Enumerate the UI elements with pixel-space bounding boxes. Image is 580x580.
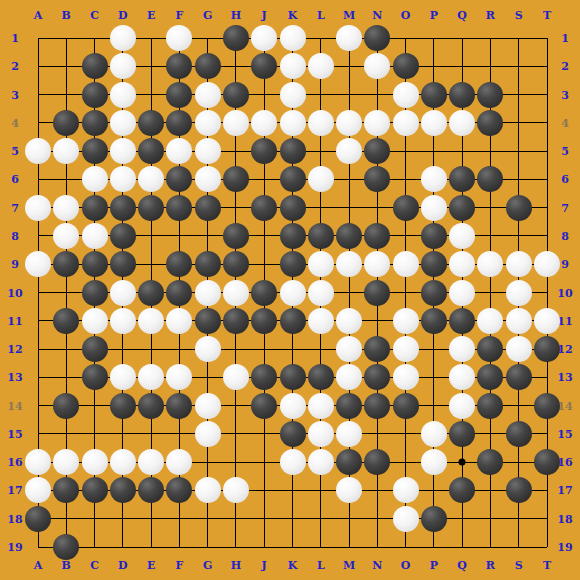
row-label-right-13: 13 [557,372,572,383]
stone-black-B9[interactable] [53,251,79,277]
stone-white-M9[interactable] [336,251,362,277]
stone-black-F14[interactable] [166,393,192,419]
stone-black-C9[interactable] [82,251,108,277]
stone-white-L2[interactable] [308,53,334,79]
stone-black-D17[interactable] [110,477,136,503]
stone-black-C12[interactable] [82,336,108,362]
col-label-bottom-H: H [231,560,241,571]
stone-white-B8[interactable] [53,223,79,249]
stone-black-J7[interactable] [251,195,277,221]
stone-black-E5[interactable] [138,138,164,164]
stone-white-H13[interactable] [223,364,249,390]
row-label-right-2: 2 [561,61,569,72]
col-label-top-Q: Q [457,10,467,21]
stone-white-A5[interactable] [25,138,51,164]
stone-white-D5[interactable] [110,138,136,164]
row-label-right-1: 1 [561,33,569,44]
stone-white-O11[interactable] [393,308,419,334]
stone-white-Q12[interactable] [449,336,475,362]
col-label-top-K: K [288,10,298,21]
stone-white-G5[interactable] [195,138,221,164]
stone-white-G14[interactable] [195,393,221,419]
stone-white-C6[interactable] [82,166,108,192]
stone-black-Q6[interactable] [449,166,475,192]
stone-black-E14[interactable] [138,393,164,419]
star-point-Q16 [459,459,466,466]
col-label-top-L: L [317,10,325,21]
stone-white-M4[interactable] [336,110,362,136]
stone-black-Q7[interactable] [449,195,475,221]
row-label-left-3: 3 [11,89,19,100]
stone-white-C16[interactable] [82,449,108,475]
stone-white-L9[interactable] [308,251,334,277]
stone-white-R11[interactable] [477,308,503,334]
stone-black-F4[interactable] [166,110,192,136]
row-label-left-12: 12 [7,344,22,355]
stone-black-C2[interactable] [82,53,108,79]
stone-black-D7[interactable] [110,195,136,221]
stone-white-L15[interactable] [308,421,334,447]
go-board[interactable]: AABBCCDDEEFFGGHHJJKKLLMMNNOOPPQQRRSSTT11… [0,0,580,580]
stone-black-D8[interactable] [110,223,136,249]
stone-white-H10[interactable] [223,280,249,306]
col-label-bottom-N: N [372,560,382,571]
stone-white-N2[interactable] [364,53,390,79]
row-label-left-16: 16 [7,457,22,468]
stone-white-M13[interactable] [336,364,362,390]
stone-white-L16[interactable] [308,449,334,475]
stone-white-C8[interactable] [82,223,108,249]
stone-white-S12[interactable] [506,336,532,362]
stone-white-G4[interactable] [195,110,221,136]
stone-black-G11[interactable] [195,308,221,334]
stone-black-M14[interactable] [336,393,362,419]
stone-white-O9[interactable] [393,251,419,277]
stone-white-G15[interactable] [195,421,221,447]
row-label-right-9: 9 [561,259,569,270]
stone-black-J13[interactable] [251,364,277,390]
stone-white-O4[interactable] [393,110,419,136]
stone-white-F13[interactable] [166,364,192,390]
stone-black-D14[interactable] [110,393,136,419]
stone-black-B17[interactable] [53,477,79,503]
row-label-left-14: 14 [7,400,22,411]
stone-white-L10[interactable] [308,280,334,306]
stone-black-N13[interactable] [364,364,390,390]
stone-white-M11[interactable] [336,308,362,334]
col-label-top-N: N [372,10,382,21]
col-label-top-M: M [343,10,355,21]
stone-black-R4[interactable] [477,110,503,136]
stone-white-N9[interactable] [364,251,390,277]
stone-black-B4[interactable] [53,110,79,136]
stone-white-P15[interactable] [421,421,447,447]
stone-white-H4[interactable] [223,110,249,136]
col-label-top-R: R [486,10,495,21]
stone-white-D11[interactable] [110,308,136,334]
row-label-left-10: 10 [7,287,22,298]
col-label-bottom-C: C [90,560,99,571]
stone-white-G17[interactable] [195,477,221,503]
row-label-right-6: 6 [561,174,569,185]
stone-white-Q14[interactable] [449,393,475,419]
row-label-right-5: 5 [561,146,569,157]
stone-black-G2[interactable] [195,53,221,79]
stone-white-M15[interactable] [336,421,362,447]
stone-black-N16[interactable] [364,449,390,475]
stone-black-R12[interactable] [477,336,503,362]
stone-black-T16[interactable] [534,449,560,475]
row-label-right-18: 18 [557,513,572,524]
stone-black-R14[interactable] [477,393,503,419]
stone-black-N1[interactable] [364,25,390,51]
grid-horizontal-line [38,547,547,548]
stone-black-F9[interactable] [166,251,192,277]
stone-black-Q15[interactable] [449,421,475,447]
stone-white-K2[interactable] [280,53,306,79]
stone-black-G7[interactable] [195,195,221,221]
stone-white-O3[interactable] [393,82,419,108]
stone-white-F5[interactable] [166,138,192,164]
col-label-bottom-J: J [262,560,267,571]
stone-black-O14[interactable] [393,393,419,419]
stone-black-M16[interactable] [336,449,362,475]
stone-black-Q17[interactable] [449,477,475,503]
row-label-right-10: 10 [557,287,572,298]
stone-black-E17[interactable] [138,477,164,503]
stone-white-G10[interactable] [195,280,221,306]
row-label-right-19: 19 [557,542,572,553]
stone-black-K8[interactable] [280,223,306,249]
stone-white-O17[interactable] [393,477,419,503]
stone-black-P3[interactable] [421,82,447,108]
stone-black-N8[interactable] [364,223,390,249]
stone-black-N6[interactable] [364,166,390,192]
col-label-top-A: A [34,10,43,21]
row-label-left-6: 6 [11,174,19,185]
stone-black-T14[interactable] [534,393,560,419]
col-label-top-G: G [203,10,212,21]
stone-black-F7[interactable] [166,195,192,221]
stone-white-D6[interactable] [110,166,136,192]
stone-black-K5[interactable] [280,138,306,164]
stone-white-O18[interactable] [393,506,419,532]
stone-white-Q4[interactable] [449,110,475,136]
grid-horizontal-line [38,518,547,519]
col-label-bottom-Q: Q [457,560,467,571]
stone-black-S7[interactable] [506,195,532,221]
col-label-bottom-T: T [543,560,551,571]
stone-black-A18[interactable] [25,506,51,532]
stone-white-O13[interactable] [393,364,419,390]
col-label-top-B: B [62,10,71,21]
stone-white-M5[interactable] [336,138,362,164]
stone-black-P9[interactable] [421,251,447,277]
stone-black-R3[interactable] [477,82,503,108]
stone-white-A7[interactable] [25,195,51,221]
col-label-top-H: H [231,10,241,21]
stone-black-H11[interactable] [223,308,249,334]
stone-black-H3[interactable] [223,82,249,108]
stone-black-R16[interactable] [477,449,503,475]
stone-black-P10[interactable] [421,280,447,306]
stone-white-K4[interactable] [280,110,306,136]
col-label-top-C: C [90,10,99,21]
stone-black-C7[interactable] [82,195,108,221]
stone-white-A16[interactable] [25,449,51,475]
stone-white-L14[interactable] [308,393,334,419]
stone-black-C4[interactable] [82,110,108,136]
stone-black-H8[interactable] [223,223,249,249]
stone-white-M17[interactable] [336,477,362,503]
stone-white-T11[interactable] [534,308,560,334]
stone-white-D1[interactable] [110,25,136,51]
stone-black-K9[interactable] [280,251,306,277]
stone-black-F6[interactable] [166,166,192,192]
stone-white-D4[interactable] [110,110,136,136]
row-label-right-7: 7 [561,202,569,213]
stone-black-C10[interactable] [82,280,108,306]
col-label-bottom-D: D [118,560,128,571]
stone-white-J4[interactable] [251,110,277,136]
stone-white-F11[interactable] [166,308,192,334]
stone-white-J1[interactable] [251,25,277,51]
col-label-bottom-L: L [317,560,325,571]
col-label-bottom-O: O [401,560,411,571]
row-label-left-2: 2 [11,61,19,72]
stone-black-R6[interactable] [477,166,503,192]
row-label-right-15: 15 [557,428,572,439]
stone-black-E4[interactable] [138,110,164,136]
stone-black-H6[interactable] [223,166,249,192]
stone-black-C17[interactable] [82,477,108,503]
row-label-left-15: 15 [7,428,22,439]
stone-black-S15[interactable] [506,421,532,447]
stone-white-D13[interactable] [110,364,136,390]
stone-black-Q3[interactable] [449,82,475,108]
stone-black-M8[interactable] [336,223,362,249]
stone-black-K15[interactable] [280,421,306,447]
stone-black-N12[interactable] [364,336,390,362]
stone-black-D9[interactable] [110,251,136,277]
col-label-top-E: E [147,10,155,21]
stone-white-P6[interactable] [421,166,447,192]
stone-black-B11[interactable] [53,308,79,334]
row-label-left-9: 9 [11,259,19,270]
row-label-left-4: 4 [11,117,19,128]
stone-black-J14[interactable] [251,393,277,419]
stone-white-Q8[interactable] [449,223,475,249]
stone-white-K16[interactable] [280,449,306,475]
row-label-left-17: 17 [7,485,22,496]
stone-black-S17[interactable] [506,477,532,503]
stone-white-P4[interactable] [421,110,447,136]
stone-black-N10[interactable] [364,280,390,306]
stone-white-C11[interactable] [82,308,108,334]
row-label-left-8: 8 [11,230,19,241]
stone-white-F1[interactable] [166,25,192,51]
stone-black-B14[interactable] [53,393,79,419]
stone-white-K1[interactable] [280,25,306,51]
stone-black-F3[interactable] [166,82,192,108]
stone-black-J5[interactable] [251,138,277,164]
stone-white-O12[interactable] [393,336,419,362]
col-label-bottom-M: M [343,560,355,571]
stone-white-K3[interactable] [280,82,306,108]
stone-black-L13[interactable] [308,364,334,390]
stone-white-G6[interactable] [195,166,221,192]
stone-black-L8[interactable] [308,223,334,249]
col-label-top-O: O [401,10,411,21]
stone-white-K10[interactable] [280,280,306,306]
col-label-bottom-G: G [203,560,212,571]
stone-white-R9[interactable] [477,251,503,277]
stone-white-A17[interactable] [25,477,51,503]
stone-black-K13[interactable] [280,364,306,390]
stone-black-H1[interactable] [223,25,249,51]
stone-white-E6[interactable] [138,166,164,192]
stone-black-C3[interactable] [82,82,108,108]
stone-black-Q11[interactable] [449,308,475,334]
col-label-bottom-K: K [288,560,298,571]
stone-black-C5[interactable] [82,138,108,164]
stone-white-S11[interactable] [506,308,532,334]
stone-white-N4[interactable] [364,110,390,136]
stone-white-G12[interactable] [195,336,221,362]
row-label-left-5: 5 [11,146,19,157]
stone-white-H17[interactable] [223,477,249,503]
col-label-top-P: P [430,10,438,21]
stone-black-B19[interactable] [53,534,79,560]
stone-white-D16[interactable] [110,449,136,475]
col-label-top-F: F [175,10,183,21]
row-label-left-1: 1 [11,33,19,44]
col-label-top-D: D [118,10,128,21]
stone-white-Q9[interactable] [449,251,475,277]
col-label-bottom-A: A [34,560,43,571]
stone-white-B7[interactable] [53,195,79,221]
stone-black-G9[interactable] [195,251,221,277]
col-label-top-J: J [262,10,267,21]
stone-white-M1[interactable] [336,25,362,51]
stone-black-H9[interactable] [223,251,249,277]
col-label-top-S: S [515,10,523,21]
stone-black-C13[interactable] [82,364,108,390]
stone-white-B16[interactable] [53,449,79,475]
row-label-left-13: 13 [7,372,22,383]
stone-white-T9[interactable] [534,251,560,277]
stone-white-K14[interactable] [280,393,306,419]
row-label-right-17: 17 [557,485,572,496]
stone-white-Q10[interactable] [449,280,475,306]
stone-white-A9[interactable] [25,251,51,277]
stone-black-K7[interactable] [280,195,306,221]
col-label-bottom-S: S [515,560,523,571]
stone-white-M12[interactable] [336,336,362,362]
stone-black-F17[interactable] [166,477,192,503]
stone-white-E13[interactable] [138,364,164,390]
stone-white-Q13[interactable] [449,364,475,390]
stone-white-L11[interactable] [308,308,334,334]
row-label-right-3: 3 [561,89,569,100]
row-label-left-18: 18 [7,513,22,524]
stone-white-L6[interactable] [308,166,334,192]
stone-black-T12[interactable] [534,336,560,362]
stone-white-P7[interactable] [421,195,447,221]
stone-white-E16[interactable] [138,449,164,475]
col-label-top-T: T [543,10,551,21]
stone-black-N14[interactable] [364,393,390,419]
col-label-bottom-B: B [62,560,71,571]
row-label-left-7: 7 [11,202,19,213]
stone-black-O7[interactable] [393,195,419,221]
row-label-right-4: 4 [561,117,569,128]
stone-white-P16[interactable] [421,449,447,475]
row-label-right-8: 8 [561,230,569,241]
stone-black-N5[interactable] [364,138,390,164]
stone-black-K6[interactable] [280,166,306,192]
stone-black-J10[interactable] [251,280,277,306]
stone-black-P18[interactable] [421,506,447,532]
col-label-bottom-P: P [430,560,438,571]
col-label-bottom-E: E [147,560,155,571]
stone-black-S13[interactable] [506,364,532,390]
stone-black-P8[interactable] [421,223,447,249]
stone-black-J11[interactable] [251,308,277,334]
stone-white-D10[interactable] [110,280,136,306]
col-label-bottom-F: F [175,560,183,571]
stone-white-F16[interactable] [166,449,192,475]
stone-white-S9[interactable] [506,251,532,277]
row-label-left-11: 11 [7,315,22,326]
stone-black-R13[interactable] [477,364,503,390]
stone-black-O2[interactable] [393,53,419,79]
stone-white-B5[interactable] [53,138,79,164]
stone-black-J2[interactable] [251,53,277,79]
stone-black-K11[interactable] [280,308,306,334]
stone-black-P11[interactable] [421,308,447,334]
stone-white-D3[interactable] [110,82,136,108]
stone-white-G3[interactable] [195,82,221,108]
stone-black-E10[interactable] [138,280,164,306]
stone-black-F10[interactable] [166,280,192,306]
stone-white-E11[interactable] [138,308,164,334]
col-label-bottom-R: R [486,560,495,571]
row-label-left-19: 19 [7,542,22,553]
stone-white-D2[interactable] [110,53,136,79]
stone-white-L4[interactable] [308,110,334,136]
stone-white-S10[interactable] [506,280,532,306]
stone-black-F2[interactable] [166,53,192,79]
stone-black-E7[interactable] [138,195,164,221]
